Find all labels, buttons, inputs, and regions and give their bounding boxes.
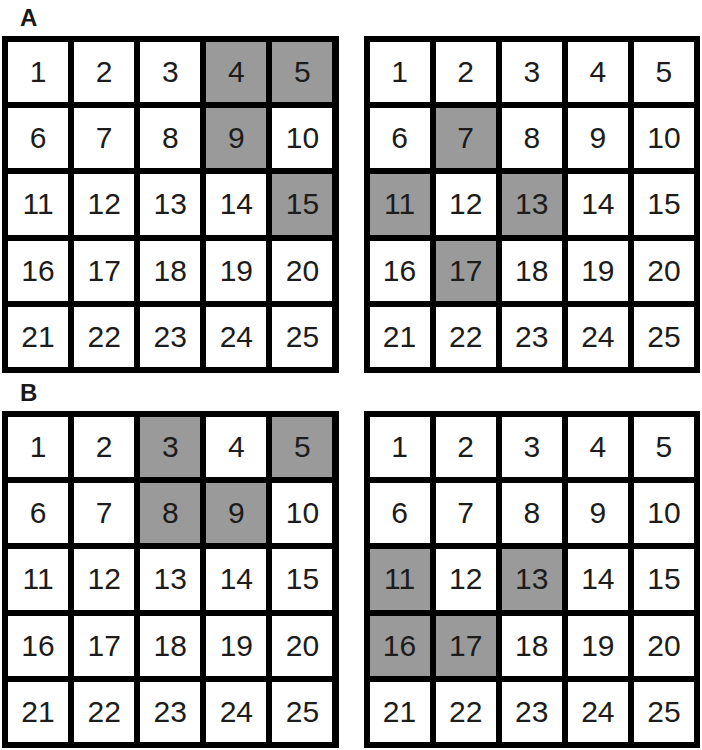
grid-cell-B-left-20: 20 xyxy=(272,616,332,676)
grid-cell-A-right-3: 3 xyxy=(502,42,562,102)
grid-cell-A-left-16: 16 xyxy=(8,241,68,301)
grid-cell-A-right-11: 11 xyxy=(370,174,430,234)
grid-cell-B-right-9: 9 xyxy=(568,483,628,543)
grid-cell-B-left-21: 21 xyxy=(8,682,68,742)
grid-cell-B-right-25: 25 xyxy=(634,682,694,742)
grid-cell-B-left-11: 11 xyxy=(8,549,68,609)
grid-cell-B-right-14: 14 xyxy=(568,549,628,609)
grid-cell-A-left-4: 4 xyxy=(206,42,266,102)
grid-cell-B-right-22: 22 xyxy=(436,682,496,742)
grid-cell-B-left-3: 3 xyxy=(140,417,200,477)
grid-cell-A-right-21: 21 xyxy=(370,307,430,367)
grid-cell-B-right-10: 10 xyxy=(634,483,694,543)
grid-cell-A-right-7: 7 xyxy=(436,108,496,168)
grid-cell-A-right-15: 15 xyxy=(634,174,694,234)
grid-cell-A-right-8: 8 xyxy=(502,108,562,168)
grid-cell-A-right-20: 20 xyxy=(634,241,694,301)
grid-cell-B-left-15: 15 xyxy=(272,549,332,609)
grid-cell-A-right-5: 5 xyxy=(634,42,694,102)
grid-cell-B-left-1: 1 xyxy=(8,417,68,477)
grid-cell-B-left-10: 10 xyxy=(272,483,332,543)
grid-cell-B-right-11: 11 xyxy=(370,549,430,609)
grid-cell-A-right-2: 2 xyxy=(436,42,496,102)
grid-cell-B-right-5: 5 xyxy=(634,417,694,477)
grid-cell-A-left-3: 3 xyxy=(140,42,200,102)
grid-cell-A-left-8: 8 xyxy=(140,108,200,168)
grid-cell-B-left-18: 18 xyxy=(140,616,200,676)
grid-cell-A-left-19: 19 xyxy=(206,241,266,301)
grid-cell-A-left-18: 18 xyxy=(140,241,200,301)
grid-cell-B-left-22: 22 xyxy=(74,682,134,742)
grid-cell-A-right-23: 23 xyxy=(502,307,562,367)
figure: A 12345678910111213141516171819202122232… xyxy=(0,0,702,750)
panel-b-grid-row: 1234567891011121314151617181920212223242… xyxy=(2,411,700,748)
grid-cell-B-right-1: 1 xyxy=(370,417,430,477)
grid-cell-A-right-12: 12 xyxy=(436,174,496,234)
grid-cell-B-right-4: 4 xyxy=(568,417,628,477)
grid-cell-B-left-14: 14 xyxy=(206,549,266,609)
grid-cell-B-right-19: 19 xyxy=(568,616,628,676)
grid-cell-B-left-17: 17 xyxy=(74,616,134,676)
grid-cell-A-left-22: 22 xyxy=(74,307,134,367)
grid-cell-B-left-12: 12 xyxy=(74,549,134,609)
grid-cell-A-right-13: 13 xyxy=(502,174,562,234)
grid-cell-A-left-13: 13 xyxy=(140,174,200,234)
grid-cell-A-left-11: 11 xyxy=(8,174,68,234)
grid-cell-B-right-6: 6 xyxy=(370,483,430,543)
grid-b-left: 1234567891011121314151617181920212223242… xyxy=(2,411,339,748)
grid-cell-A-left-14: 14 xyxy=(206,174,266,234)
panel-a-grid-row: 1234567891011121314151617181920212223242… xyxy=(2,36,700,373)
grid-cell-B-left-4: 4 xyxy=(206,417,266,477)
grid-cell-A-right-10: 10 xyxy=(634,108,694,168)
grid-cell-A-right-19: 19 xyxy=(568,241,628,301)
grid-cell-B-right-24: 24 xyxy=(568,682,628,742)
grid-cell-A-left-17: 17 xyxy=(74,241,134,301)
grid-cell-B-right-8: 8 xyxy=(502,483,562,543)
grid-cell-B-left-6: 6 xyxy=(8,483,68,543)
grid-cell-A-left-7: 7 xyxy=(74,108,134,168)
grid-cell-A-right-9: 9 xyxy=(568,108,628,168)
grid-cell-A-left-12: 12 xyxy=(74,174,134,234)
grid-cell-B-right-12: 12 xyxy=(436,549,496,609)
grid-cell-B-right-21: 21 xyxy=(370,682,430,742)
grid-cell-A-left-15: 15 xyxy=(272,174,332,234)
grid-cell-A-left-20: 20 xyxy=(272,241,332,301)
grid-cell-B-left-13: 13 xyxy=(140,549,200,609)
grid-cell-B-left-25: 25 xyxy=(272,682,332,742)
grid-cell-A-left-25: 25 xyxy=(272,307,332,367)
grid-cell-A-right-25: 25 xyxy=(634,307,694,367)
grid-cell-A-left-1: 1 xyxy=(8,42,68,102)
grid-b-right: 1234567891011121314151617181920212223242… xyxy=(364,411,701,748)
grid-cell-A-left-24: 24 xyxy=(206,307,266,367)
grid-cell-B-left-24: 24 xyxy=(206,682,266,742)
grid-cell-B-right-7: 7 xyxy=(436,483,496,543)
grid-cell-B-right-3: 3 xyxy=(502,417,562,477)
grid-cell-A-right-4: 4 xyxy=(568,42,628,102)
grid-cell-B-right-16: 16 xyxy=(370,616,430,676)
grid-cell-A-right-6: 6 xyxy=(370,108,430,168)
grid-cell-A-right-1: 1 xyxy=(370,42,430,102)
grid-cell-B-right-20: 20 xyxy=(634,616,694,676)
grid-cell-A-right-17: 17 xyxy=(436,241,496,301)
grid-cell-A-right-18: 18 xyxy=(502,241,562,301)
grid-cell-B-right-15: 15 xyxy=(634,549,694,609)
grid-cell-B-right-2: 2 xyxy=(436,417,496,477)
grid-cell-B-left-5: 5 xyxy=(272,417,332,477)
grid-cell-B-left-16: 16 xyxy=(8,616,68,676)
grid-cell-B-left-23: 23 xyxy=(140,682,200,742)
grid-cell-A-right-14: 14 xyxy=(568,174,628,234)
grid-cell-A-left-23: 23 xyxy=(140,307,200,367)
grid-a-left: 1234567891011121314151617181920212223242… xyxy=(2,36,339,373)
grid-cell-A-left-10: 10 xyxy=(272,108,332,168)
grid-cell-B-right-18: 18 xyxy=(502,616,562,676)
grid-a-right: 1234567891011121314151617181920212223242… xyxy=(364,36,701,373)
grid-cell-B-right-17: 17 xyxy=(436,616,496,676)
grid-cell-A-left-9: 9 xyxy=(206,108,266,168)
grid-cell-A-right-24: 24 xyxy=(568,307,628,367)
grid-cell-B-left-8: 8 xyxy=(140,483,200,543)
grid-cell-B-right-23: 23 xyxy=(502,682,562,742)
grid-cell-A-left-5: 5 xyxy=(272,42,332,102)
grid-cell-A-left-6: 6 xyxy=(8,108,68,168)
grid-cell-A-left-2: 2 xyxy=(74,42,134,102)
grid-cell-B-left-7: 7 xyxy=(74,483,134,543)
panel-b-label: B xyxy=(20,381,700,405)
grid-cell-B-left-9: 9 xyxy=(206,483,266,543)
grid-cell-B-left-19: 19 xyxy=(206,616,266,676)
grid-cell-A-left-21: 21 xyxy=(8,307,68,367)
grid-cell-B-left-2: 2 xyxy=(74,417,134,477)
grid-cell-A-right-16: 16 xyxy=(370,241,430,301)
panel-a-label: A xyxy=(20,6,700,30)
grid-cell-A-right-22: 22 xyxy=(436,307,496,367)
grid-cell-B-right-13: 13 xyxy=(502,549,562,609)
